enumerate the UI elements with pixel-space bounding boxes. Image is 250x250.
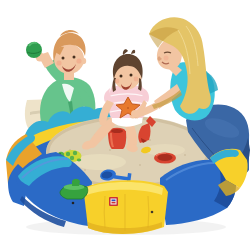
screw-dot-right [151, 211, 154, 214]
brand-logo [109, 197, 118, 206]
turtle-leg-2 [77, 159, 81, 162]
sand-mound [74, 154, 126, 170]
girl-cheek [115, 79, 120, 84]
red-bucket-inside [111, 129, 123, 133]
boat-fin [72, 179, 80, 186]
boy-right-eye [73, 56, 76, 59]
sandbox-scene [0, 0, 250, 250]
boy-left-eye [62, 57, 65, 60]
woman-hand [131, 110, 139, 118]
girl-right-eye [130, 74, 133, 77]
girl-left-hand [100, 119, 107, 126]
brand-logo-mark-2 [112, 202, 116, 204]
bowl-inside [158, 154, 173, 161]
red-sifter-bowl [154, 153, 176, 164]
product-photo [0, 0, 250, 250]
boy-cheek [56, 60, 61, 65]
starfish-dot [127, 107, 129, 109]
brand-logo-field [111, 199, 117, 205]
girl-cheek-2 [134, 77, 139, 82]
red-bucket [108, 128, 126, 149]
woman-cheek [164, 56, 169, 61]
screw-dot-left [72, 202, 75, 205]
turtle-bump [66, 152, 70, 156]
turtle-bump-3 [70, 156, 74, 160]
turtle-bump-2 [73, 151, 77, 155]
girl-left-eye [120, 75, 123, 78]
brand-logo-mark [112, 200, 116, 202]
boy-cheek-2 [76, 58, 81, 63]
green-ball [26, 42, 42, 58]
